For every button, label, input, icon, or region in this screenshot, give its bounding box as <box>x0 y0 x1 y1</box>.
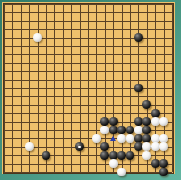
stone-black <box>126 151 135 160</box>
stone-black <box>159 159 168 168</box>
go-board[interactable] <box>2 2 175 174</box>
stone-white <box>109 159 118 168</box>
stone-black <box>117 151 126 160</box>
stone-black <box>109 117 118 126</box>
go-app-window <box>0 0 181 180</box>
last-move-dot-marker <box>78 146 81 149</box>
stone-black <box>159 168 168 177</box>
stone-black <box>134 33 143 42</box>
stone-white <box>117 134 126 143</box>
stone-white <box>25 142 34 151</box>
triangle-marker <box>110 136 116 141</box>
stone-white <box>33 33 42 42</box>
stone-black <box>134 84 143 93</box>
stone-white <box>142 151 151 160</box>
stone-white <box>117 168 126 177</box>
stone-white <box>159 117 168 126</box>
stone-black <box>100 151 109 160</box>
stone-white <box>92 134 101 143</box>
stone-black <box>42 151 51 160</box>
